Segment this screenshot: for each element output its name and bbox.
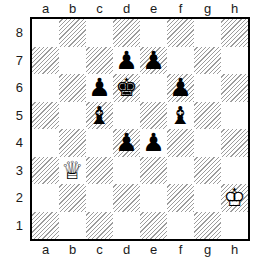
black-pawn-icon: ♟ — [113, 47, 140, 74]
square-b1[interactable] — [59, 212, 86, 240]
file-label-a: a — [32, 1, 59, 17]
black-pawn-icon: ♟ — [86, 74, 113, 101]
rank-label-6: 6 — [0, 74, 30, 102]
square-h1[interactable] — [221, 212, 248, 240]
file-label-h: h — [221, 1, 248, 17]
square-b5[interactable] — [59, 102, 86, 130]
file-label-b: b — [59, 1, 86, 17]
square-g8[interactable] — [194, 19, 221, 47]
square-a5[interactable] — [32, 102, 59, 130]
square-f8[interactable] — [167, 19, 194, 47]
file-label-g: g — [194, 1, 221, 17]
square-a1[interactable] — [32, 212, 59, 240]
file-label-e: e — [140, 242, 167, 259]
square-f7[interactable] — [167, 47, 194, 75]
piece-outline-layer: ♔ — [223, 184, 245, 212]
square-f3[interactable] — [167, 157, 194, 185]
square-b8[interactable] — [59, 19, 86, 47]
square-c8[interactable] — [86, 19, 113, 47]
square-e3[interactable] — [140, 157, 167, 185]
square-b4[interactable] — [59, 129, 86, 157]
square-g6[interactable] — [194, 74, 221, 102]
square-a6[interactable] — [32, 74, 59, 102]
file-label-e: e — [140, 1, 167, 17]
square-c2[interactable] — [86, 184, 113, 212]
file-label-a: a — [32, 242, 59, 259]
square-g5[interactable] — [194, 102, 221, 130]
square-d5[interactable] — [113, 102, 140, 130]
square-d6[interactable]: ♚ — [113, 74, 140, 102]
square-d2[interactable] — [113, 184, 140, 212]
rank-label-7: 7 — [0, 47, 30, 75]
square-h5[interactable] — [221, 102, 248, 130]
square-h3[interactable] — [221, 157, 248, 185]
square-d4[interactable]: ♟ — [113, 129, 140, 157]
file-label-h: h — [221, 242, 248, 259]
file-label-c: c — [86, 1, 113, 17]
square-f6[interactable]: ♟ — [167, 74, 194, 102]
file-label-f: f — [167, 242, 194, 259]
square-e4[interactable]: ♟ — [140, 129, 167, 157]
square-d7[interactable]: ♟ — [113, 47, 140, 75]
square-d3[interactable] — [113, 157, 140, 185]
rank-label-2: 2 — [0, 184, 30, 212]
square-a3[interactable] — [32, 157, 59, 185]
square-e7[interactable]: ♟ — [140, 47, 167, 75]
square-g1[interactable] — [194, 212, 221, 240]
square-e1[interactable] — [140, 212, 167, 240]
square-h4[interactable] — [221, 129, 248, 157]
white-king-icon: ♚♔ — [221, 184, 248, 211]
chess-board: ♟♟♟♚♟♝♝♟♟♛♕♚♔ — [30, 17, 250, 241]
square-b7[interactable] — [59, 47, 86, 75]
square-c1[interactable] — [86, 212, 113, 240]
file-label-b: b — [59, 242, 86, 259]
file-label-d: d — [113, 1, 140, 17]
square-b3[interactable]: ♛♕ — [59, 157, 86, 185]
square-h2[interactable]: ♚♔ — [221, 184, 248, 212]
rank-label-4: 4 — [0, 129, 30, 157]
file-labels-top: abcdefgh — [32, 1, 248, 17]
square-e8[interactable] — [140, 19, 167, 47]
square-b2[interactable] — [59, 184, 86, 212]
square-g4[interactable] — [194, 129, 221, 157]
square-f4[interactable] — [167, 129, 194, 157]
black-pawn-icon: ♟ — [140, 129, 167, 156]
square-g2[interactable] — [194, 184, 221, 212]
black-pawn-icon: ♟ — [113, 129, 140, 156]
black-king-icon: ♚ — [113, 74, 140, 101]
black-pawn-icon: ♟ — [167, 74, 194, 101]
piece-outline-layer: ♕ — [61, 157, 83, 185]
square-f5[interactable]: ♝ — [167, 102, 194, 130]
square-d8[interactable] — [113, 19, 140, 47]
square-f2[interactable] — [167, 184, 194, 212]
square-a7[interactable] — [32, 47, 59, 75]
black-bishop-icon: ♝ — [167, 102, 194, 129]
black-bishop-icon: ♝ — [86, 102, 113, 129]
file-label-c: c — [86, 242, 113, 259]
square-a8[interactable] — [32, 19, 59, 47]
square-g7[interactable] — [194, 47, 221, 75]
rank-label-8: 8 — [0, 19, 30, 47]
square-h6[interactable] — [221, 74, 248, 102]
square-h8[interactable] — [221, 19, 248, 47]
square-c3[interactable] — [86, 157, 113, 185]
rank-labels-left: 87654321 — [0, 19, 30, 239]
square-c7[interactable] — [86, 47, 113, 75]
rank-label-1: 1 — [0, 212, 30, 240]
file-label-d: d — [113, 242, 140, 259]
square-c4[interactable] — [86, 129, 113, 157]
square-c6[interactable]: ♟ — [86, 74, 113, 102]
white-queen-icon: ♛♕ — [59, 157, 86, 184]
square-a2[interactable] — [32, 184, 59, 212]
square-a4[interactable] — [32, 129, 59, 157]
black-pawn-icon: ♟ — [140, 47, 167, 74]
square-h7[interactable] — [221, 47, 248, 75]
file-labels-bottom: abcdefgh — [32, 242, 248, 259]
file-label-g: g — [194, 242, 221, 259]
square-e2[interactable] — [140, 184, 167, 212]
square-f1[interactable] — [167, 212, 194, 240]
chess-diagram: abcdefgh 87654321 ♟♟♟♚♟♝♝♟♟♛♕♚♔ abcdefgh — [0, 0, 267, 261]
rank-label-3: 3 — [0, 157, 30, 185]
rank-label-5: 5 — [0, 102, 30, 130]
square-e6[interactable] — [140, 74, 167, 102]
square-d1[interactable] — [113, 212, 140, 240]
file-label-f: f — [167, 1, 194, 17]
square-c5[interactable]: ♝ — [86, 102, 113, 130]
square-e5[interactable] — [140, 102, 167, 130]
square-g3[interactable] — [194, 157, 221, 185]
square-b6[interactable] — [59, 74, 86, 102]
